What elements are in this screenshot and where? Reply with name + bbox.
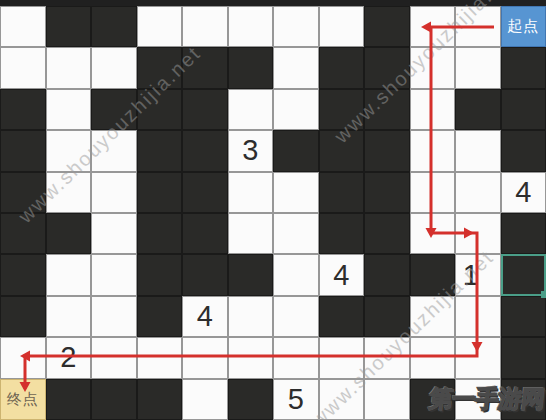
cell-wall xyxy=(228,254,274,295)
cell-wall xyxy=(137,172,183,213)
cell-wall xyxy=(501,337,546,378)
cell-open xyxy=(273,47,319,88)
selection-handle xyxy=(541,291,546,298)
board: 起点344142终点5 xyxy=(0,6,546,420)
cell-open xyxy=(455,47,501,88)
cell-wall xyxy=(0,296,46,337)
cell-open xyxy=(228,213,274,254)
cell-wall xyxy=(137,130,183,171)
cell-wall xyxy=(273,130,319,171)
cell-number: 4 xyxy=(319,254,365,295)
cell-open xyxy=(455,213,501,254)
cell-number: 3 xyxy=(228,130,274,171)
cell-open xyxy=(91,47,137,88)
cell-wall xyxy=(228,47,274,88)
cell-open xyxy=(273,254,319,295)
cell-open xyxy=(0,6,46,47)
cell-open xyxy=(273,213,319,254)
start-cell: 起点 xyxy=(501,6,546,47)
cell-wall xyxy=(91,379,137,420)
waypoint-number: 4 xyxy=(197,302,213,331)
selected-cell xyxy=(501,254,546,295)
walkthrough-diagram: 起点344142终点5 www.shouyouzhijia.net www.sh… xyxy=(0,0,546,420)
cell-open xyxy=(273,6,319,47)
cell-wall xyxy=(182,172,228,213)
cell-open xyxy=(455,296,501,337)
cell-wall xyxy=(364,213,410,254)
cell-wall xyxy=(364,254,410,295)
cell-wall xyxy=(46,213,92,254)
cell-wall xyxy=(319,213,365,254)
cell-open xyxy=(455,337,501,378)
waypoint-number: 4 xyxy=(515,178,531,207)
waypoint-number: 4 xyxy=(333,261,349,290)
cell-wall xyxy=(182,213,228,254)
cell-wall xyxy=(46,6,92,47)
cell-open xyxy=(228,172,274,213)
site-logo: 第一手游网 xyxy=(427,383,545,415)
cell-open xyxy=(182,379,228,420)
cell-wall xyxy=(182,89,228,130)
cell-open xyxy=(410,213,456,254)
cell-wall xyxy=(91,6,137,47)
cell-wall xyxy=(319,172,365,213)
start-label: 起点 xyxy=(507,17,539,36)
cell-wall xyxy=(319,47,365,88)
cell-number: 4 xyxy=(182,296,228,337)
cell-wall xyxy=(501,130,546,171)
cell-wall xyxy=(0,130,46,171)
cell-open xyxy=(410,89,456,130)
cell-open xyxy=(137,337,183,378)
cell-open xyxy=(91,296,137,337)
cell-open xyxy=(228,337,274,378)
cell-wall xyxy=(137,379,183,420)
cell-open xyxy=(91,172,137,213)
cell-open xyxy=(410,172,456,213)
cell-wall xyxy=(501,213,546,254)
cell-wall xyxy=(46,379,92,420)
cell-open xyxy=(319,6,365,47)
cell-open xyxy=(455,172,501,213)
cell-wall xyxy=(228,379,274,420)
cell-open xyxy=(91,254,137,295)
cell-open xyxy=(46,89,92,130)
cell-wall xyxy=(319,296,365,337)
cell-open xyxy=(228,296,274,337)
waypoint-number: 2 xyxy=(60,343,76,372)
cell-open xyxy=(410,130,456,171)
cell-number: 4 xyxy=(501,172,546,213)
waypoint-number: 5 xyxy=(288,385,304,414)
cell-open xyxy=(228,6,274,47)
cell-wall xyxy=(0,254,46,295)
end-cell: 终点 xyxy=(0,379,46,420)
cell-open xyxy=(455,130,501,171)
cell-open xyxy=(46,296,92,337)
cell-open xyxy=(91,213,137,254)
cell-open xyxy=(182,337,228,378)
cell-wall xyxy=(182,130,228,171)
cell-open xyxy=(228,89,274,130)
cell-number: 2 xyxy=(46,337,92,378)
cell-open xyxy=(46,47,92,88)
cell-wall xyxy=(182,254,228,295)
cell-wall xyxy=(364,6,410,47)
cell-open xyxy=(0,337,46,378)
cell-wall xyxy=(137,296,183,337)
cell-wall xyxy=(364,130,410,171)
cell-wall xyxy=(455,89,501,130)
cell-wall xyxy=(137,213,183,254)
cell-wall xyxy=(137,254,183,295)
cell-open xyxy=(91,337,137,378)
waypoint-number: 3 xyxy=(242,136,258,165)
cell-open xyxy=(273,89,319,130)
cell-open xyxy=(46,254,92,295)
cell-wall xyxy=(0,89,46,130)
cell-wall xyxy=(501,296,546,337)
end-label: 终点 xyxy=(7,390,39,409)
cell-open xyxy=(0,47,46,88)
cell-open xyxy=(273,337,319,378)
cell-wall xyxy=(501,47,546,88)
cell-open xyxy=(273,296,319,337)
cell-open xyxy=(410,337,456,378)
cell-wall xyxy=(501,89,546,130)
cell-wall xyxy=(364,172,410,213)
cell-open xyxy=(273,172,319,213)
cell-open xyxy=(137,6,183,47)
